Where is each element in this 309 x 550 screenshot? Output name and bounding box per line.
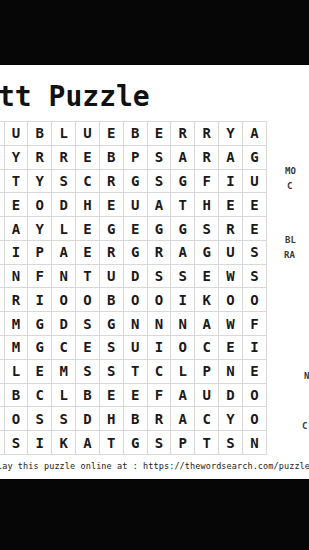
grid-cell: R xyxy=(148,407,172,431)
grid-cell: D xyxy=(219,384,243,408)
grid-cell: B xyxy=(5,384,29,408)
grid-cell: I xyxy=(28,288,52,312)
grid-cell: S xyxy=(28,407,52,431)
grid-cell: M xyxy=(5,336,29,360)
grid-cell: A xyxy=(171,384,195,408)
grid-cell: D xyxy=(52,193,76,217)
grid-cell: O xyxy=(171,336,195,360)
grid-cell: T xyxy=(76,265,100,289)
grid-cell: H xyxy=(100,407,124,431)
grid-cell: R xyxy=(195,122,219,146)
letterbox-top-bar xyxy=(0,0,309,65)
grid-cell: I xyxy=(28,431,52,455)
grid-cell: S xyxy=(243,241,267,265)
grid-cell: F xyxy=(195,170,219,194)
grid-cell: U xyxy=(124,336,148,360)
grid-cell: P xyxy=(124,146,148,170)
grid-cell: U xyxy=(76,122,100,146)
grid-cell: G xyxy=(100,217,124,241)
grid-cell: D xyxy=(124,265,148,289)
screen: tt Puzzle UBLUEBERRYAYRREBPSARAGTYSCRGSG… xyxy=(0,0,309,550)
grid-cell: D xyxy=(52,312,76,336)
grid-cell: I xyxy=(219,170,243,194)
grid-cell: E xyxy=(76,241,100,265)
grid-cell: U xyxy=(195,384,219,408)
grid-cell: H xyxy=(76,193,100,217)
grid-cell: G xyxy=(171,217,195,241)
grid-cell: A xyxy=(76,431,100,455)
grid-cell: G xyxy=(195,241,219,265)
grid-cell: K xyxy=(195,288,219,312)
grid-cell: S xyxy=(171,265,195,289)
grid-cell: S xyxy=(5,431,29,455)
grid-cell: G xyxy=(28,312,52,336)
grid-cell: D xyxy=(76,407,100,431)
grid-cell: E xyxy=(219,336,243,360)
grid-cell: O xyxy=(5,407,29,431)
grid-cell: N xyxy=(243,431,267,455)
grid-cell: A xyxy=(219,146,243,170)
grid-cell: Y xyxy=(219,122,243,146)
grid-cell: L xyxy=(5,360,29,384)
puzzle-url-text: lay this puzzle online at : https://thew… xyxy=(0,461,309,471)
grid-cell: S xyxy=(243,265,267,289)
grid-cell: A xyxy=(195,312,219,336)
grid-cell: O xyxy=(243,288,267,312)
grid-cell: K xyxy=(52,431,76,455)
grid-cell: T xyxy=(171,193,195,217)
grid-cell: E xyxy=(243,193,267,217)
grid-cell: F xyxy=(148,384,172,408)
letterbox-bottom-bar xyxy=(0,479,309,550)
grid-cell: A xyxy=(171,146,195,170)
grid-cell: P xyxy=(195,360,219,384)
grid-cell: S xyxy=(219,431,243,455)
grid-cell: I xyxy=(5,241,29,265)
word-list-fragment-6: C xyxy=(302,421,307,431)
grid-cell: S xyxy=(52,170,76,194)
grid-cell: G xyxy=(100,312,124,336)
grid-cell: U xyxy=(124,193,148,217)
grid-cell: L xyxy=(52,217,76,241)
grid-cell: T xyxy=(100,431,124,455)
grid-cell: P xyxy=(28,241,52,265)
grid-cell: C xyxy=(195,407,219,431)
grid-cell: E xyxy=(100,193,124,217)
grid-cell: Y xyxy=(5,146,29,170)
grid-cell: R xyxy=(171,122,195,146)
grid-cell: E xyxy=(100,122,124,146)
grid-cell: L xyxy=(52,384,76,408)
grid-cell: C xyxy=(195,336,219,360)
word-list-fragment-2: C xyxy=(287,181,292,191)
grid-cell: E xyxy=(219,193,243,217)
grid-cell: L xyxy=(52,122,76,146)
grid-cell: Y xyxy=(28,217,52,241)
grid-cell: S xyxy=(148,265,172,289)
word-list-fragment-1: MO xyxy=(285,166,296,176)
grid-cell: E xyxy=(195,265,219,289)
grid-cell: W xyxy=(219,312,243,336)
grid-cell: Y xyxy=(28,170,52,194)
grid-cell: A xyxy=(171,407,195,431)
grid-cell: U xyxy=(100,265,124,289)
grid-cell: N xyxy=(124,312,148,336)
grid-cell: W xyxy=(219,265,243,289)
grid-cell: I xyxy=(243,336,267,360)
grid-cell: U xyxy=(219,241,243,265)
word-list-fragment-4: RA xyxy=(284,250,295,260)
grid-cell: G xyxy=(124,170,148,194)
grid-cell: E xyxy=(76,217,100,241)
grid-cell: N xyxy=(148,312,172,336)
word-list-fragment-3: BL xyxy=(285,235,296,245)
grid-cell: B xyxy=(124,122,148,146)
grid-cell: C xyxy=(76,170,100,194)
grid-cell: E xyxy=(243,360,267,384)
grid-cell: E xyxy=(124,217,148,241)
grid-cell: S xyxy=(148,170,172,194)
grid-cell: B xyxy=(76,384,100,408)
grid-cell: T xyxy=(195,431,219,455)
grid-cell: R xyxy=(5,288,29,312)
grid-cell: R xyxy=(100,241,124,265)
word-list-fragment-5: N xyxy=(304,371,309,381)
grid-cell: S xyxy=(148,431,172,455)
grid-cell: E xyxy=(100,384,124,408)
grid-cell: B xyxy=(100,288,124,312)
grid-cell: E xyxy=(28,360,52,384)
grid-cell: I xyxy=(148,336,172,360)
grid-cell: G xyxy=(124,431,148,455)
grid-cell: C xyxy=(52,336,76,360)
grid-cell: G xyxy=(243,146,267,170)
grid-cell: C xyxy=(148,360,172,384)
grid-cell: E xyxy=(124,384,148,408)
grid-cell: S xyxy=(76,360,100,384)
grid-cell: H xyxy=(195,193,219,217)
grid-cell: L xyxy=(171,360,195,384)
grid-cell: O xyxy=(124,288,148,312)
grid-cell: S xyxy=(100,336,124,360)
grid-cell: S xyxy=(148,146,172,170)
grid-cell: R xyxy=(52,146,76,170)
puzzle-title: tt Puzzle xyxy=(0,80,150,113)
grid-cell: A xyxy=(52,241,76,265)
grid-cell: Y xyxy=(219,407,243,431)
grid-cell: C xyxy=(28,384,52,408)
grid-cell: R xyxy=(148,241,172,265)
grid-cell: E xyxy=(76,336,100,360)
grid-cell: O xyxy=(219,288,243,312)
grid-cell: B xyxy=(100,146,124,170)
grid-cell: S xyxy=(52,407,76,431)
grid-cell: O xyxy=(243,407,267,431)
grid-cell: O xyxy=(243,384,267,408)
grid-cell: R xyxy=(28,146,52,170)
grid-cell: G xyxy=(171,170,195,194)
grid-cell: S xyxy=(100,360,124,384)
grid-cell: B xyxy=(28,122,52,146)
grid-cell: N xyxy=(52,265,76,289)
word-search-grid: UBLUEBERRYAYRREBPSARAGTYSCRGSGFIUEODHEUA… xyxy=(0,121,267,455)
grid-cell: A xyxy=(5,217,29,241)
grid-cell: R xyxy=(100,170,124,194)
grid-cell: S xyxy=(76,312,100,336)
grid-cell: S xyxy=(195,217,219,241)
grid-cell: R xyxy=(195,146,219,170)
grid-cell: R xyxy=(219,217,243,241)
grid-cell: I xyxy=(171,288,195,312)
grid-cell: G xyxy=(124,241,148,265)
grid-cell: N xyxy=(5,265,29,289)
grid-cell: N xyxy=(219,360,243,384)
grid-cell: E xyxy=(243,217,267,241)
grid-cell: O xyxy=(28,193,52,217)
grid-cell: U xyxy=(243,170,267,194)
grid-cell: E xyxy=(76,146,100,170)
grid-cell: O xyxy=(148,288,172,312)
grid-cell: T xyxy=(5,170,29,194)
grid-cell: A xyxy=(243,122,267,146)
grid-cell: P xyxy=(171,431,195,455)
grid-cell: G xyxy=(148,217,172,241)
grid-cell: F xyxy=(243,312,267,336)
grid-cell: A xyxy=(148,193,172,217)
grid-cell: E xyxy=(5,193,29,217)
grid-cell: E xyxy=(148,122,172,146)
grid-cell: M xyxy=(5,312,29,336)
grid-cell: U xyxy=(5,122,29,146)
grid-cell: M xyxy=(52,360,76,384)
grid-cell: O xyxy=(52,288,76,312)
grid-cell: O xyxy=(76,288,100,312)
grid-cell: G xyxy=(28,336,52,360)
grid-cell: N xyxy=(171,312,195,336)
grid-cell: B xyxy=(124,407,148,431)
grid-cell: F xyxy=(28,265,52,289)
grid-cell: T xyxy=(124,360,148,384)
grid-cell: A xyxy=(171,241,195,265)
